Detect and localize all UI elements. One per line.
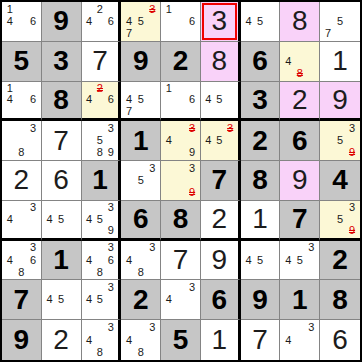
cell-r2c5[interactable]: 2	[161, 42, 201, 82]
candidate: 3	[105, 202, 116, 214]
candidate-grid: 3589	[82, 121, 119, 160]
entered-digit: 7	[252, 326, 268, 354]
candidate: 5	[214, 135, 225, 147]
entered-digit: 2	[53, 326, 69, 354]
cell-r4c4[interactable]: 1	[121, 121, 161, 161]
candidate-grid: 457	[121, 82, 160, 119]
cell-r2c6[interactable]: 8	[201, 42, 241, 82]
candidate: 3	[27, 202, 39, 214]
candidate: 7	[322, 28, 334, 40]
candidate: 3	[147, 242, 159, 254]
cell-r1c3[interactable]: 246	[82, 2, 122, 42]
candidate-grid: 16	[161, 2, 200, 41]
candidate: 3	[27, 242, 39, 254]
candidate: 3	[186, 162, 198, 174]
candidate: 6	[186, 94, 198, 106]
cell-r1c9[interactable]: 57	[320, 2, 360, 42]
entered-digit: 8	[211, 47, 227, 75]
given-digit: 5	[14, 47, 30, 75]
sudoku-board: 1469246457316345857537928648114684624571…	[0, 0, 362, 362]
cell-r7c9[interactable]: 2	[320, 241, 360, 281]
candidate-grid: 462	[82, 82, 119, 119]
candidate: 6	[27, 15, 39, 27]
given-digit: 2	[173, 47, 189, 75]
candidate-grid: 146	[2, 2, 41, 41]
given-digit: 6	[211, 286, 227, 314]
candidate: 1	[163, 3, 175, 15]
eliminated-candidate: 8	[294, 67, 306, 79]
cell-r1c1[interactable]: 146	[2, 2, 42, 42]
entered-digit: 1	[252, 205, 268, 233]
entered-digit: 9	[211, 246, 227, 274]
cell-r9c9[interactable]: 6	[320, 320, 360, 360]
given-digit: 1	[292, 286, 308, 314]
cell-r8c8[interactable]: 1	[280, 280, 320, 320]
candidate: 4	[84, 334, 95, 347]
candidate-grid: 359	[320, 201, 360, 238]
candidate: 8	[94, 147, 105, 159]
given-digit: 9	[53, 7, 69, 35]
candidate: 5	[94, 135, 105, 147]
cell-r5c9[interactable]: 4	[320, 161, 360, 201]
given-digit: 4	[332, 166, 348, 194]
cell-r5c7[interactable]: 8	[241, 161, 281, 201]
candidate-grid: 39	[161, 161, 200, 200]
given-digit: 9	[14, 326, 30, 354]
cell-r8c9[interactable]: 8	[320, 280, 360, 320]
given-digit: 6	[252, 47, 268, 75]
given-digit: 1	[133, 127, 149, 155]
eliminated-candidate: 3	[225, 122, 236, 134]
cell-r2c4[interactable]: 9	[121, 42, 161, 82]
cell-r6c4[interactable]: 6	[121, 201, 161, 241]
cell-r3c9[interactable]: 9	[320, 82, 360, 122]
candidate: 5	[334, 213, 346, 225]
candidate: 3	[147, 321, 159, 334]
candidate-grid: 45	[42, 201, 81, 238]
cell-r7c1[interactable]: 3468	[2, 241, 42, 281]
cell-r7c7[interactable]: 45	[241, 241, 281, 281]
entered-digit: 9	[292, 166, 308, 194]
cell-r4c9[interactable]: 359	[320, 121, 360, 161]
cell-r9c7[interactable]: 7	[241, 320, 281, 360]
candidate-grid: 348	[82, 320, 119, 360]
candidate: 5	[214, 94, 225, 106]
given-digit: 8	[53, 86, 69, 114]
candidate: 3	[346, 202, 358, 214]
candidate: 8	[135, 266, 147, 278]
candidate: 1	[163, 83, 175, 95]
candidate: 5	[135, 94, 147, 106]
given-digit: 1	[53, 246, 69, 274]
candidate: 4	[44, 213, 56, 225]
candidate: 8	[94, 346, 105, 359]
entered-digit: 9	[332, 86, 348, 114]
entered-digit: 7	[173, 246, 189, 274]
candidate: 4	[4, 94, 16, 106]
candidate: 6	[27, 254, 39, 266]
cell-r5c2[interactable]: 6	[42, 161, 82, 201]
cell-r8c4[interactable]: 2	[121, 280, 161, 320]
candidate: 5	[294, 254, 306, 266]
entered-digit: 1	[332, 47, 348, 75]
given-digit: 1	[92, 166, 108, 194]
candidate-grid: 3468	[2, 241, 41, 280]
cell-r6c8[interactable]: 7	[280, 201, 320, 241]
cell-r5c4[interactable]: 35	[121, 161, 161, 201]
candidate: 9	[105, 147, 116, 159]
cell-r5c6[interactable]: 7	[201, 161, 241, 201]
candidate: 3	[27, 122, 39, 134]
cell-r2c1[interactable]: 5	[2, 42, 42, 82]
candidate: 6	[27, 94, 39, 106]
cell-r2c8[interactable]: 48	[280, 42, 320, 82]
cell-r3c3[interactable]: 462	[82, 82, 122, 122]
candidate: 4	[282, 55, 294, 67]
cell-r8c5[interactable]: 34	[161, 280, 201, 320]
entered-digit: 6	[53, 166, 69, 194]
cell-r1c2[interactable]: 9	[42, 2, 82, 42]
candidate: 4	[44, 294, 56, 306]
cell-r1c7[interactable]: 45	[241, 2, 281, 42]
candidate: 5	[135, 174, 147, 186]
cell-r4c5[interactable]: 493	[161, 121, 201, 161]
candidate-grid: 45	[241, 241, 280, 280]
candidate: 7	[123, 106, 135, 118]
cell-r6c6[interactable]: 2	[201, 201, 241, 241]
cell-r7c2[interactable]: 1	[42, 241, 82, 281]
eliminated-candidate: 3	[186, 122, 198, 134]
candidate-grid: 57	[320, 2, 360, 41]
given-digit: 7	[211, 166, 227, 194]
candidate: 1	[4, 3, 16, 15]
candidate: 9	[186, 147, 198, 159]
candidate: 6	[105, 254, 116, 266]
given-digit: 8	[252, 166, 268, 194]
candidate: 8	[16, 266, 28, 278]
candidate: 4	[203, 94, 214, 106]
candidate: 5	[94, 213, 105, 225]
entered-digit: 7	[92, 47, 108, 75]
candidate-grid: 3459	[82, 201, 119, 238]
cell-r8c6[interactable]: 6	[201, 280, 241, 320]
candidate: 5	[334, 15, 346, 27]
candidate: 4	[4, 15, 16, 27]
candidate: 4	[243, 15, 255, 27]
candidate: 8	[16, 147, 28, 159]
candidate: 3	[105, 321, 116, 334]
cell-r1c4[interactable]: 4573	[121, 2, 161, 42]
candidate: 5	[254, 254, 266, 266]
candidate: 6	[105, 15, 116, 27]
candidate: 3	[306, 242, 318, 254]
eliminated-candidate: 9	[346, 225, 358, 237]
cell-r3c8[interactable]: 2	[280, 82, 320, 122]
candidate-grid: 348	[121, 320, 160, 360]
candidate: 5	[55, 213, 67, 225]
candidate: 4	[243, 254, 255, 266]
cell-r9c8[interactable]: 34	[280, 320, 320, 360]
cell-r1c6[interactable]: 3	[201, 2, 241, 42]
candidate: 4	[203, 135, 214, 147]
cell-r4c8[interactable]: 6	[280, 121, 320, 161]
candidate-grid: 16	[161, 82, 200, 119]
candidate-grid: 4573	[121, 2, 160, 41]
candidate-grid: 3468	[82, 241, 119, 280]
candidate: 6	[186, 15, 198, 27]
candidate: 3	[147, 162, 159, 174]
cell-r9c5[interactable]: 5	[161, 320, 201, 360]
entered-digit: 2	[14, 166, 30, 194]
given-digit: 9	[252, 286, 268, 314]
cell-r2c3[interactable]: 7	[82, 42, 122, 82]
candidate: 9	[105, 225, 116, 237]
entered-digit: 8	[292, 7, 308, 35]
entered-digit: 3	[211, 7, 227, 35]
cell-r3c6[interactable]: 45	[201, 82, 241, 122]
entered-digit: 2	[292, 86, 308, 114]
eliminated-candidate: 3	[147, 3, 159, 15]
cell-r4c1[interactable]: 38	[2, 121, 42, 161]
given-digit: 5	[173, 326, 189, 354]
candidate: 4	[84, 15, 95, 27]
given-digit: 7	[14, 286, 30, 314]
cell-r9c1[interactable]: 9	[2, 320, 42, 360]
candidate: 4	[163, 294, 175, 306]
candidate-grid: 359	[320, 121, 360, 160]
candidate-grid: 345	[280, 241, 319, 280]
cell-r4c6[interactable]: 453	[201, 121, 241, 161]
candidate: 4	[4, 254, 16, 266]
cell-r5c8[interactable]: 9	[280, 161, 320, 201]
candidate: 8	[94, 266, 105, 278]
candidate-grid: 453	[201, 121, 238, 160]
candidate: 4	[123, 94, 135, 106]
given-digit: 3	[53, 47, 69, 75]
candidate: 3	[105, 242, 116, 254]
candidate: 5	[94, 294, 105, 306]
candidate-grid: 45	[201, 82, 238, 119]
candidate: 4	[123, 254, 135, 266]
given-digit: 8	[173, 205, 189, 233]
entered-digit: 2	[211, 205, 227, 233]
cell-r6c9[interactable]: 359	[320, 201, 360, 241]
candidate-grid: 34	[280, 320, 319, 360]
candidate-grid: 246	[82, 2, 119, 41]
candidate: 5	[135, 15, 147, 27]
candidate: 3	[186, 281, 198, 293]
cell-r7c3[interactable]: 3468	[82, 241, 122, 281]
cell-r6c7[interactable]: 1	[241, 201, 281, 241]
cell-r1c5[interactable]: 16	[161, 2, 201, 42]
cell-r2c9[interactable]: 1	[320, 42, 360, 82]
cell-r3c5[interactable]: 16	[161, 82, 201, 122]
candidate: 4	[163, 135, 175, 147]
cell-r7c8[interactable]: 345	[280, 241, 320, 281]
given-digit: 9	[133, 47, 149, 75]
given-digit: 3	[252, 86, 268, 114]
cell-r7c5[interactable]: 7	[161, 241, 201, 281]
cell-r9c4[interactable]: 348	[121, 320, 161, 360]
candidate-grid: 48	[280, 42, 319, 81]
candidate: 4	[4, 213, 16, 225]
candidate: 4	[282, 254, 294, 266]
cell-r5c3[interactable]: 1	[82, 161, 122, 201]
cell-r6c2[interactable]: 45	[42, 201, 82, 241]
candidate-grid: 493	[161, 121, 200, 160]
cell-r7c6[interactable]: 9	[201, 241, 241, 281]
cell-r8c2[interactable]: 45	[42, 280, 82, 320]
cell-r9c6[interactable]: 1	[201, 320, 241, 360]
candidate-grid: 34	[161, 280, 200, 319]
cell-r4c2[interactable]: 7	[42, 121, 82, 161]
candidate: 5	[334, 135, 346, 147]
cell-r5c1[interactable]: 2	[2, 161, 42, 201]
cell-r6c3[interactable]: 3459	[82, 201, 122, 241]
candidate-grid: 45	[241, 2, 280, 41]
candidate-grid: 345	[82, 280, 119, 319]
candidate: 4	[84, 254, 95, 266]
eliminated-candidate: 9	[186, 187, 198, 199]
cell-r2c7[interactable]: 6	[241, 42, 281, 82]
eliminated-candidate: 2	[94, 83, 105, 95]
candidate: 2	[94, 3, 105, 15]
candidate: 4	[84, 94, 95, 106]
cell-r1c8[interactable]: 8	[280, 2, 320, 42]
entered-digit: 1	[211, 326, 227, 354]
candidate: 7	[123, 28, 135, 40]
cell-r6c1[interactable]: 34	[2, 201, 42, 241]
candidate: 5	[254, 15, 266, 27]
candidate-grid: 45	[42, 280, 81, 319]
cell-r8c7[interactable]: 9	[241, 280, 281, 320]
cell-r7c4[interactable]: 348	[121, 241, 161, 281]
cell-r3c4[interactable]: 457	[121, 82, 161, 122]
cell-r3c7[interactable]: 3	[241, 82, 281, 122]
candidate: 4	[123, 334, 135, 347]
candidate: 3	[105, 281, 116, 293]
entered-digit: 6	[332, 326, 348, 354]
candidate: 4	[282, 334, 294, 347]
given-digit: 2	[133, 286, 149, 314]
cell-r3c2[interactable]: 8	[42, 82, 82, 122]
cell-r6c5[interactable]: 8	[161, 201, 201, 241]
candidate-grid: 35	[121, 161, 160, 200]
given-digit: 6	[133, 205, 149, 233]
cell-r8c3[interactable]: 345	[82, 280, 122, 320]
candidate: 8	[135, 346, 147, 359]
given-digit: 7	[292, 205, 308, 233]
cell-r8c1[interactable]: 7	[2, 280, 42, 320]
candidate: 4	[123, 15, 135, 27]
candidate-grid: 348	[121, 241, 160, 280]
cell-r9c2[interactable]: 2	[42, 320, 82, 360]
given-digit: 6	[292, 127, 308, 155]
candidate: 3	[306, 321, 318, 334]
cell-r4c3[interactable]: 3589	[82, 121, 122, 161]
candidate: 5	[55, 294, 67, 306]
cell-r9c3[interactable]: 348	[82, 320, 122, 360]
entered-digit: 7	[53, 127, 69, 155]
candidate: 4	[84, 213, 95, 225]
candidate: 1	[4, 83, 16, 95]
given-digit: 2	[252, 127, 268, 155]
given-digit: 8	[332, 286, 348, 314]
cell-r2c2[interactable]: 3	[42, 42, 82, 82]
cell-r5c5[interactable]: 39	[161, 161, 201, 201]
eliminated-candidate: 9	[346, 147, 358, 159]
candidate: 6	[105, 94, 116, 106]
cell-r3c1[interactable]: 146	[2, 82, 42, 122]
candidate-grid: 146	[2, 82, 41, 119]
candidate-grid: 38	[2, 121, 41, 160]
cell-r4c7[interactable]: 2	[241, 121, 281, 161]
given-digit: 2	[332, 246, 348, 274]
candidate: 3	[346, 122, 358, 134]
candidate-grid: 34	[2, 201, 41, 238]
candidate: 4	[84, 294, 95, 306]
candidate: 3	[105, 122, 116, 134]
